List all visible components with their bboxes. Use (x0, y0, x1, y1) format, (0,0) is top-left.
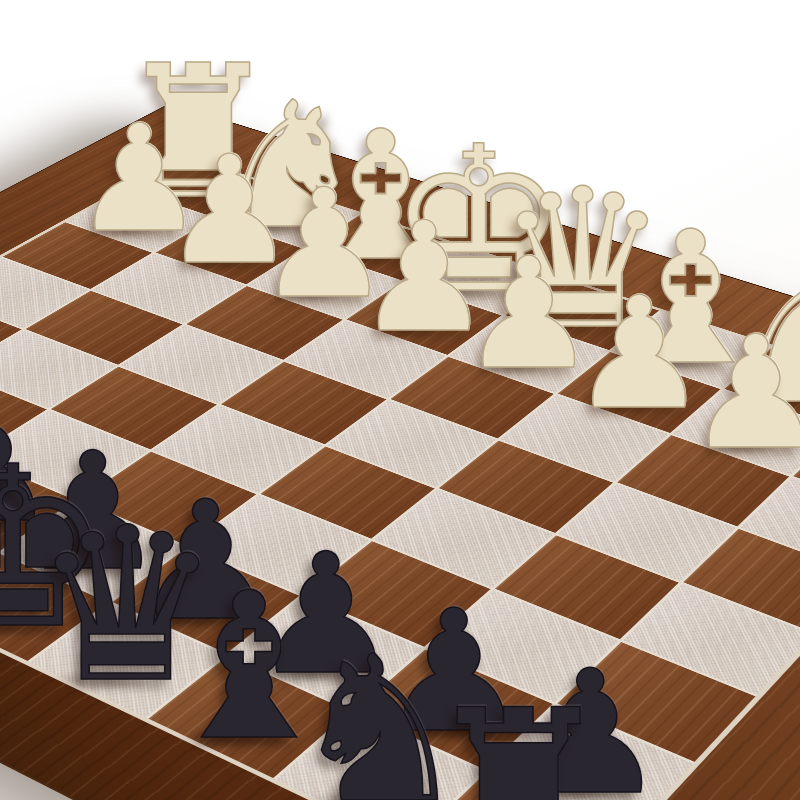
photo-stage: ♜♞♝♚♛♝♞♜♟♟♟♟♟♟♟♟♟♟♟♟♟♟♟♟♜♞♝♚♛♝♞♜ (0, 0, 800, 800)
chess-board (0, 103, 800, 800)
board-grid (0, 155, 800, 800)
